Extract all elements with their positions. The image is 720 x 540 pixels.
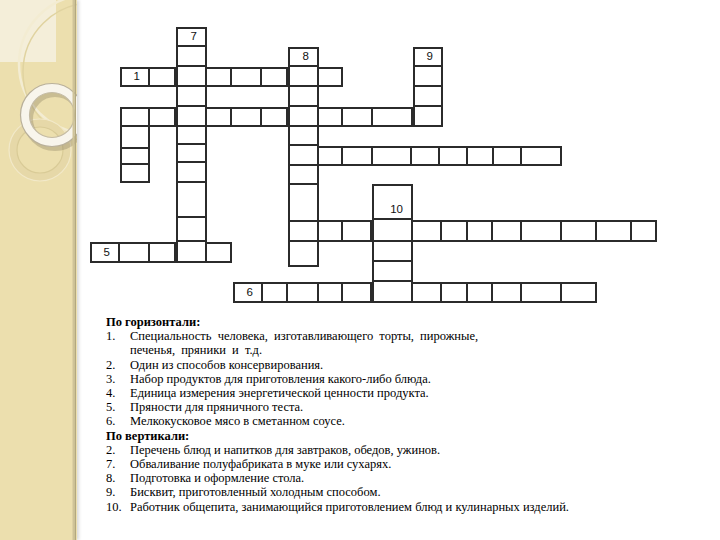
grid-cell[interactable] [205,107,232,127]
grid-cell[interactable] [288,240,319,267]
grid-cell[interactable] [466,220,493,242]
grid-cell[interactable] [466,282,493,303]
grid-cell[interactable] [372,280,413,303]
down-header: По вертикали: [106,429,584,443]
grid-cell[interactable] [120,163,150,183]
grid-cell[interactable] [286,282,319,303]
cell-number: 5 [104,247,118,262]
clue-number: 2. [106,358,130,372]
down-clues: 2.Перечень блюд и напитков для завтраков… [106,443,584,514]
grid-cell[interactable] [176,216,207,242]
grid-cell[interactable] [317,107,343,127]
clue-item: 10.Работник общепита, занимающийся приго… [106,500,584,514]
grid-cell[interactable] [120,125,150,149]
clue-item: 4.Единица измерения энергетической ценно… [106,386,584,400]
grid-cell[interactable] [372,240,413,262]
clue-item: 7.Обваливание полуфабриката в муке или с… [106,457,584,471]
clues-panel: По горизонтали: 1.Специальность человека… [106,315,584,514]
clue-item: 2.Перечень блюд и напитков для завтраков… [106,443,584,457]
clue-text: Набор продуктов для приготовления какого… [130,372,584,386]
grid-cell[interactable]: 9 [413,47,443,67]
grid-cell[interactable] [205,242,232,263]
grid-cell[interactable] [176,65,207,87]
clue-text: Единица измерения энергетической ценност… [130,386,584,400]
grid-cell[interactable] [176,143,207,163]
clue-number: 6. [106,414,130,428]
grid-cell[interactable] [492,146,522,166]
grid-cell[interactable]: 6 [233,282,263,303]
grid-cell[interactable] [491,282,522,303]
grid-cell[interactable] [371,107,413,127]
grid-cell[interactable] [372,218,413,242]
grid-cell[interactable] [288,85,319,107]
clue-item: 3.Набор продуктов для приготовления како… [106,372,584,386]
grid-cell[interactable] [317,220,343,242]
clue-text: Подготовка и оформление стола. [130,471,584,485]
clue-number: 2. [106,443,130,457]
grid-cell[interactable] [148,67,176,87]
clue-number: 1. [106,329,130,357]
across-header: По горизонтали: [106,315,584,329]
grid-cell[interactable] [440,282,468,303]
grid-cell[interactable] [176,85,207,107]
clue-text: Пряности для пряничного теста. [130,400,584,414]
grid-cell[interactable] [288,220,319,242]
grid-cell[interactable] [120,107,150,127]
grid-cell[interactable] [520,220,562,242]
grid-cell[interactable] [176,125,207,145]
grid-cell[interactable] [317,146,343,166]
grid-cell[interactable] [372,260,413,282]
grid-cell[interactable] [341,146,373,166]
clue-number: 3. [106,372,130,386]
clue-number: 4. [106,386,130,400]
grid-cell[interactable] [230,107,262,127]
clue-item: 6.Мелкокусковое мясо в сметанном соусе. [106,414,584,428]
clue-text: Бисквит, приготовленный холодным способо… [130,485,584,499]
clue-text: Специальность человека, изготавливающего… [130,329,584,357]
grid-cell[interactable] [466,146,494,166]
clue-item: 5.Пряности для пряничного теста. [106,400,584,414]
cell-number: 1 [134,71,148,86]
grid-cell[interactable] [118,242,150,263]
clue-number: 5. [106,400,130,414]
grid-cell[interactable] [148,107,176,127]
grid-cell[interactable] [341,107,373,127]
clue-text: Один из способов консервирования. [130,358,584,372]
grid-cell[interactable] [371,146,412,166]
grid-cell[interactable] [410,146,440,166]
grid-cell[interactable] [148,242,176,263]
grid-cell[interactable]: 7 [176,27,207,47]
clue-item: 8.Подготовка и оформление стола. [106,471,584,485]
grid-cell[interactable] [261,282,288,303]
grid-cell[interactable] [288,65,319,87]
clue-number: 10. [106,500,130,514]
grid-cell[interactable] [595,220,632,242]
grid-cell[interactable] [288,144,319,166]
grid-cell[interactable] [520,146,562,166]
grid-cell[interactable] [413,65,443,87]
grid-cell[interactable] [260,107,288,127]
cell-number: 7 [191,31,205,46]
across-clues: 1.Специальность человека, изготавливающе… [106,329,584,428]
grid-cell[interactable]: 10 [372,184,413,220]
clue-item: 2.Один из способов консервирования. [106,358,584,372]
clue-number: 8. [106,471,130,485]
grid-cell[interactable]: 8 [288,47,319,67]
grid-cell[interactable] [440,220,468,242]
clue-text: Перечень блюд и напитков для завтраков, … [130,443,584,457]
grid-cell[interactable] [176,240,207,263]
cell-number: 9 [427,51,441,66]
grid-cell[interactable] [560,220,597,242]
grid-cell[interactable] [630,220,657,242]
grid-cell[interactable] [176,105,207,127]
clue-item: 1.Специальность человека, изготавливающе… [106,329,584,357]
grid-cell[interactable] [230,67,262,87]
grid-cell[interactable] [413,85,443,107]
clue-text: Обваливание полуфабриката в муке или сух… [130,457,584,471]
grid-cell[interactable]: 1 [120,67,150,87]
clue-number: 7. [106,457,130,471]
grid-cell[interactable] [411,282,442,303]
cell-number: 6 [247,287,261,302]
grid-cell[interactable] [411,220,442,242]
clue-item: 9.Бисквит, приготовленный холодным спосо… [106,485,584,499]
cell-number: 8 [303,51,317,66]
grid-cell[interactable] [491,220,522,242]
crossword-slide: 12345678910 По горизонтали: 1.Специально… [0,0,720,540]
grid-cell[interactable] [341,282,372,303]
grid-cell[interactable] [560,282,597,303]
cell-number: 10 [390,204,411,219]
grid-cell[interactable] [260,67,288,87]
grid-cell[interactable] [413,105,443,127]
grid-cell[interactable] [176,161,207,183]
grid-cell[interactable] [288,164,319,185]
grid-cell[interactable] [341,220,372,242]
clue-text: Мелкокусковое мясо в сметанном соусе. [130,414,584,428]
grid-cell[interactable] [205,67,232,87]
grid-cell[interactable] [317,67,343,87]
clue-text: Работник общепита, занимающийся приготов… [130,500,584,514]
grid-cell[interactable] [288,125,319,146]
grid-cell[interactable] [176,181,207,218]
grid-cell[interactable] [520,282,562,303]
grid-cell[interactable]: 5 [90,242,120,263]
clue-number: 9. [106,485,130,499]
grid-cell[interactable] [317,282,343,303]
grid-cell[interactable] [288,183,319,222]
grid-cell[interactable] [288,105,319,127]
grid-cell[interactable] [438,146,468,166]
grid-cell[interactable] [176,45,207,67]
